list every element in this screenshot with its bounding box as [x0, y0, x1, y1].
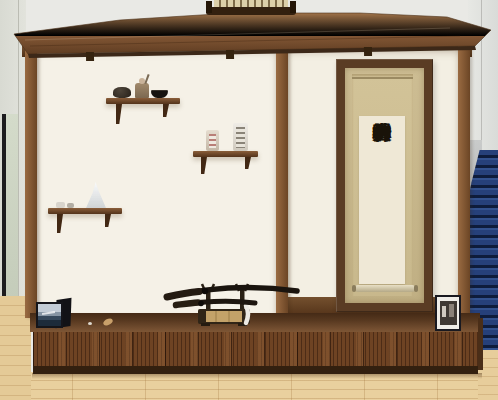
wall-corner-line: [18, 0, 19, 310]
shelf-middle-board: [193, 151, 258, 157]
scroll-roller-knob: [414, 285, 418, 292]
wall-mirror: [2, 114, 18, 298]
small-trinket: [56, 202, 65, 208]
calligraphy-character: 神: [373, 123, 392, 142]
platform-chest-base: [33, 366, 478, 374]
platform-chest-end: [478, 318, 483, 370]
short-can-label: [209, 134, 216, 148]
miniature-shrine-base: [206, 7, 296, 15]
dark-figurine: [113, 87, 131, 98]
dojo-shrine-photo: 林 崎 居 合 大 明 神: [0, 0, 498, 400]
samurai-figurine: [135, 83, 149, 98]
scroll-bottom-roller: [355, 285, 415, 292]
miniature-shrine-end-left: [206, 1, 212, 13]
scroll-hanging-rod: [352, 77, 413, 79]
tall-can-label: [236, 127, 245, 148]
post-center: [276, 50, 288, 318]
right-wall-corner-line: [481, 0, 482, 160]
photo-frame-left: [36, 302, 63, 328]
platform-chest-top: [30, 313, 480, 332]
post-left: [25, 44, 37, 318]
miniature-shrine-end-right: [290, 1, 296, 13]
shelf-lower-board: [48, 208, 122, 214]
small-trinket: [88, 322, 92, 325]
shelf-top-board: [106, 98, 180, 104]
post-right: [458, 44, 470, 318]
photo-figure: [442, 306, 446, 317]
photo-figure: [449, 304, 454, 317]
platform-chest-front: [33, 332, 478, 367]
scroll-roller-knob: [352, 285, 356, 292]
small-trinket: [67, 203, 74, 208]
